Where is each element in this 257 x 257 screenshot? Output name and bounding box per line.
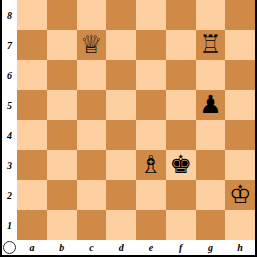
square-g6[interactable] [196,60,226,90]
square-d5[interactable] [106,90,136,120]
square-g8[interactable] [196,0,226,30]
square-g5[interactable]: ♟ [196,90,226,120]
file-label-d: d [106,240,136,255]
square-e5[interactable] [136,90,166,120]
square-b6[interactable] [47,60,77,90]
square-f2[interactable] [166,180,196,210]
white-to-move-indicator [3,241,16,254]
square-g3[interactable] [196,150,226,180]
square-g1[interactable] [196,210,226,240]
square-c7[interactable]: ♕ [77,30,107,60]
square-h5[interactable] [225,90,255,120]
white-rook[interactable]: ♖ [199,30,221,60]
file-label-e: e [136,240,166,255]
square-b8[interactable] [47,0,77,30]
rank-label-4: 4 [2,120,17,150]
white-queen[interactable]: ♕ [80,30,102,60]
square-h3[interactable] [225,150,255,180]
square-c8[interactable] [77,0,107,30]
square-a5[interactable] [17,90,47,120]
square-d6[interactable] [106,60,136,90]
square-h2[interactable]: ♔ [225,180,255,210]
square-b2[interactable] [47,180,77,210]
corner-cell [2,240,17,255]
chess-board: ♕♖♟♗♚♔ [17,0,255,240]
file-label-f: f [166,240,196,255]
square-e3[interactable]: ♗ [136,150,166,180]
file-label-c: c [77,240,107,255]
file-labels: abcdefgh [17,240,255,255]
square-g2[interactable] [196,180,226,210]
rank-label-6: 6 [2,60,17,90]
square-e7[interactable] [136,30,166,60]
square-c2[interactable] [77,180,107,210]
chess-diagram: 87654321 ♕♖♟♗♚♔ abcdefgh [0,0,257,257]
white-bishop[interactable]: ♗ [140,150,162,180]
rank-label-2: 2 [2,180,17,210]
square-c6[interactable] [77,60,107,90]
rank-label-1: 1 [2,210,17,240]
square-a1[interactable] [17,210,47,240]
square-f1[interactable] [166,210,196,240]
file-label-h: h [225,240,255,255]
square-c3[interactable] [77,150,107,180]
square-d4[interactable] [106,120,136,150]
square-f7[interactable] [166,30,196,60]
square-c1[interactable] [77,210,107,240]
square-a7[interactable] [17,30,47,60]
square-h8[interactable] [225,0,255,30]
square-e8[interactable] [136,0,166,30]
square-b4[interactable] [47,120,77,150]
square-g7[interactable]: ♖ [196,30,226,60]
square-e1[interactable] [136,210,166,240]
square-a4[interactable] [17,120,47,150]
square-h1[interactable] [225,210,255,240]
square-f6[interactable] [166,60,196,90]
square-a6[interactable] [17,60,47,90]
file-label-g: g [196,240,226,255]
square-a3[interactable] [17,150,47,180]
square-e2[interactable] [136,180,166,210]
square-b5[interactable] [47,90,77,120]
square-c4[interactable] [77,120,107,150]
rank-label-8: 8 [2,0,17,30]
square-e6[interactable] [136,60,166,90]
square-h7[interactable] [225,30,255,60]
square-d8[interactable] [106,0,136,30]
black-king[interactable]: ♚ [169,150,191,180]
square-d7[interactable] [106,30,136,60]
square-h6[interactable] [225,60,255,90]
square-f8[interactable] [166,0,196,30]
rank-label-7: 7 [2,30,17,60]
square-h4[interactable] [225,120,255,150]
file-label-a: a [17,240,47,255]
rank-label-3: 3 [2,150,17,180]
square-f5[interactable] [166,90,196,120]
square-d2[interactable] [106,180,136,210]
square-a8[interactable] [17,0,47,30]
square-f4[interactable] [166,120,196,150]
black-pawn[interactable]: ♟ [199,90,221,120]
square-b3[interactable] [47,150,77,180]
square-e4[interactable] [136,120,166,150]
square-f3[interactable]: ♚ [166,150,196,180]
square-d1[interactable] [106,210,136,240]
square-c5[interactable] [77,90,107,120]
square-g4[interactable] [196,120,226,150]
rank-label-5: 5 [2,90,17,120]
file-label-b: b [47,240,77,255]
square-a2[interactable] [17,180,47,210]
square-b1[interactable] [47,210,77,240]
white-king[interactable]: ♔ [229,180,251,210]
square-b7[interactable] [47,30,77,60]
square-d3[interactable] [106,150,136,180]
rank-labels: 87654321 [2,0,17,240]
